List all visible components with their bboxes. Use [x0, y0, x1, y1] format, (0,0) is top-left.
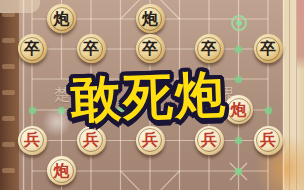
piece-glyph: 卒	[24, 41, 40, 57]
piece-glyph: 炮	[231, 102, 247, 118]
piece-black-pawn[interactable]: 卒	[195, 34, 224, 63]
tap-glow	[42, 107, 72, 137]
piece-glyph: 兵	[142, 132, 158, 148]
piece-glyph: 兵	[24, 132, 40, 148]
piece-red-cannon[interactable]: 炮	[224, 95, 253, 124]
move-dot[interactable]	[265, 107, 272, 114]
river-text-chu: 楚	[52, 85, 72, 105]
move-dot[interactable]	[235, 168, 242, 175]
move-dot[interactable]	[29, 107, 36, 114]
piece-black-cannon[interactable]: 炮	[136, 4, 165, 33]
piece-red-cannon[interactable]: 炮	[47, 156, 76, 185]
piece-glyph: 卒	[142, 41, 158, 57]
piece-glyph: 兵	[201, 132, 217, 148]
piece-black-pawn[interactable]: 卒	[136, 34, 165, 63]
piece-glyph: 兵	[260, 132, 276, 148]
piece-glyph: 卒	[201, 41, 217, 57]
xiangqi-game-screenshot: 楚 河 汉 界 炮炮卒卒卒卒卒炮兵兵兵兵兵炮 敢死炮	[0, 0, 304, 190]
piece-red-pawn[interactable]: 兵	[18, 126, 47, 155]
piece-glyph: 炮	[142, 11, 158, 27]
piece-glyph: 兵	[83, 132, 99, 148]
move-dot[interactable]	[235, 137, 242, 144]
video-title-overlay: 敢死炮	[70, 61, 228, 133]
piece-black-pawn[interactable]: 卒	[254, 34, 283, 63]
piece-black-cannon[interactable]: 炮	[47, 4, 76, 33]
move-origin-marker	[231, 15, 247, 31]
piece-glyph: 卒	[260, 41, 276, 57]
piece-glyph: 卒	[83, 41, 99, 57]
piece-red-pawn[interactable]: 兵	[195, 126, 224, 155]
piece-black-pawn[interactable]: 卒	[77, 34, 106, 63]
move-dot[interactable]	[235, 46, 242, 53]
move-dot[interactable]	[235, 76, 242, 83]
piece-glyph: 炮	[54, 163, 70, 179]
piece-black-pawn[interactable]: 卒	[18, 34, 47, 63]
piece-red-pawn[interactable]: 兵	[254, 126, 283, 155]
piece-glyph: 炮	[54, 11, 70, 27]
